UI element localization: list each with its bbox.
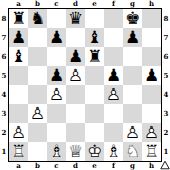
square-e5[interactable] [85, 66, 104, 85]
rank-label-2: 2 [0, 123, 8, 142]
rank-label-7: 7 [0, 28, 8, 47]
white-queen-icon: ♕ [66, 142, 85, 161]
square-f7[interactable] [104, 28, 123, 47]
square-g1[interactable]: ♞♘ [123, 142, 142, 161]
rank-label-2: 2 [162, 123, 170, 142]
file-label-h: h [142, 162, 161, 170]
square-g2[interactable]: ♟♙ [123, 123, 142, 142]
white-pawn-icon: ♙ [104, 85, 123, 104]
square-f3[interactable] [104, 104, 123, 123]
file-label-f: f [104, 0, 123, 8]
square-c2[interactable] [47, 123, 66, 142]
file-label-g: g [123, 162, 142, 170]
rank-label-3: 3 [0, 104, 8, 123]
square-e8[interactable] [85, 9, 104, 28]
white-bishop-icon: ♗ [104, 142, 123, 161]
square-b6[interactable] [28, 47, 47, 66]
file-label-b: b [28, 162, 47, 170]
file-label-e: e [85, 0, 104, 8]
black-pawn-icon: ♟ [47, 66, 66, 85]
square-g8[interactable]: ♚ [123, 9, 142, 28]
rank-label-7: 7 [162, 28, 170, 47]
square-a2[interactable]: ♟♙ [9, 123, 28, 142]
white-pawn-icon: ♙ [66, 66, 85, 85]
square-a5[interactable] [9, 66, 28, 85]
chess-diagram: abcdefgh 87654321 ♜♞♛♚♟♟♝♟♝♟♜♟♟♙♟♟♟♙♟♙♟♙… [0, 0, 170, 170]
square-b3[interactable]: ♟♙ [28, 104, 47, 123]
square-d8[interactable]: ♛ [66, 9, 85, 28]
square-g5[interactable] [123, 66, 142, 85]
white-bishop-icon: ♗ [47, 142, 66, 161]
file-label-a: a [9, 162, 28, 170]
square-f5[interactable]: ♟ [104, 66, 123, 85]
square-a4[interactable] [9, 85, 28, 104]
square-g4[interactable] [123, 85, 142, 104]
black-bishop-icon: ♝ [85, 28, 104, 47]
black-pawn-icon: ♟ [66, 47, 85, 66]
square-c7[interactable]: ♟ [47, 28, 66, 47]
rank-label-3: 3 [162, 104, 170, 123]
square-a3[interactable] [9, 104, 28, 123]
square-h6[interactable] [142, 47, 161, 66]
white-rook-icon: ♖ [9, 142, 28, 161]
rank-label-1: 1 [162, 142, 170, 161]
square-c6[interactable] [47, 47, 66, 66]
square-c1[interactable]: ♝♗ [47, 142, 66, 161]
rank-labels-left: 87654321 [0, 9, 8, 161]
square-e3[interactable] [85, 104, 104, 123]
square-a7[interactable]: ♟ [9, 28, 28, 47]
square-d1[interactable]: ♛♕ [66, 142, 85, 161]
square-h3[interactable] [142, 104, 161, 123]
rank-label-8: 8 [162, 9, 170, 28]
black-pawn-icon: ♟ [47, 28, 66, 47]
square-g3[interactable] [123, 104, 142, 123]
rank-label-1: 1 [0, 142, 8, 161]
square-c4[interactable]: ♟♙ [47, 85, 66, 104]
black-queen-icon: ♛ [66, 9, 85, 28]
rank-label-5: 5 [0, 66, 8, 85]
black-rook-icon: ♜ [85, 47, 104, 66]
square-h7[interactable] [142, 28, 161, 47]
square-e2[interactable] [85, 123, 104, 142]
black-king-icon: ♚ [123, 9, 142, 28]
square-b5[interactable] [28, 66, 47, 85]
file-label-f: f [104, 162, 123, 170]
square-h4[interactable] [142, 85, 161, 104]
black-pawn-icon: ♟ [104, 66, 123, 85]
rank-label-4: 4 [162, 85, 170, 104]
rank-label-6: 6 [0, 47, 8, 66]
square-a6[interactable]: ♝ [9, 47, 28, 66]
white-pawn-icon: ♙ [47, 85, 66, 104]
square-e6[interactable]: ♜ [85, 47, 104, 66]
white-knight-icon: ♘ [123, 142, 142, 161]
white-pawn-icon: ♙ [28, 104, 47, 123]
rank-label-8: 8 [0, 9, 8, 28]
square-b4[interactable] [28, 85, 47, 104]
square-h5[interactable]: ♟ [142, 66, 161, 85]
square-h8[interactable] [142, 9, 161, 28]
black-pawn-icon: ♟ [142, 66, 161, 85]
black-pawn-icon: ♟ [9, 28, 28, 47]
square-b1[interactable] [28, 142, 47, 161]
square-d7[interactable] [66, 28, 85, 47]
square-c8[interactable] [47, 9, 66, 28]
file-label-b: b [28, 0, 47, 8]
file-label-d: d [66, 0, 85, 8]
square-h2[interactable]: ♟♙ [142, 123, 161, 142]
file-labels-bottom: abcdefgh [9, 162, 161, 170]
rank-label-6: 6 [162, 47, 170, 66]
square-d3[interactable] [66, 104, 85, 123]
file-label-c: c [47, 0, 66, 8]
square-f2[interactable] [104, 123, 123, 142]
square-e1[interactable]: ♚♔ [85, 142, 104, 161]
black-rook-icon: ♜ [9, 9, 28, 28]
file-labels-top: abcdefgh [9, 0, 161, 8]
square-e4[interactable] [85, 85, 104, 104]
square-c5[interactable]: ♟ [47, 66, 66, 85]
black-knight-icon: ♞ [28, 9, 47, 28]
square-a1[interactable]: ♜♖ [9, 142, 28, 161]
square-b7[interactable] [28, 28, 47, 47]
file-label-a: a [9, 0, 28, 8]
square-f1[interactable]: ♝♗ [104, 142, 123, 161]
rank-label-5: 5 [162, 66, 170, 85]
square-d4[interactable] [66, 85, 85, 104]
rank-label-4: 4 [0, 85, 8, 104]
white-pawn-icon: ♙ [123, 123, 142, 142]
square-d6[interactable]: ♟ [66, 47, 85, 66]
square-f4[interactable]: ♟♙ [104, 85, 123, 104]
white-rook-icon: ♖ [142, 142, 161, 161]
square-b2[interactable] [28, 123, 47, 142]
square-f8[interactable] [104, 9, 123, 28]
white-to-move-indicator [160, 160, 170, 170]
white-pawn-icon: ♙ [9, 123, 28, 142]
rank-labels-right: 87654321 [162, 9, 170, 161]
square-g6[interactable] [123, 47, 142, 66]
file-label-h: h [142, 0, 161, 8]
square-d2[interactable] [66, 123, 85, 142]
chessboard: ♜♞♛♚♟♟♝♟♝♟♜♟♟♙♟♟♟♙♟♙♟♙♟♙♟♙♟♙♜♖♝♗♛♕♚♔♝♗♞♘… [8, 8, 162, 162]
square-a8[interactable]: ♜ [9, 9, 28, 28]
square-e7[interactable]: ♝ [85, 28, 104, 47]
square-d5[interactable]: ♟♙ [66, 66, 85, 85]
square-c3[interactable] [47, 104, 66, 123]
file-label-d: d [66, 162, 85, 170]
square-b8[interactable]: ♞ [28, 9, 47, 28]
file-label-g: g [123, 0, 142, 8]
square-f6[interactable] [104, 47, 123, 66]
square-h1[interactable]: ♜♖ [142, 142, 161, 161]
file-label-c: c [47, 162, 66, 170]
file-label-e: e [85, 162, 104, 170]
black-bishop-icon: ♝ [9, 47, 28, 66]
square-g7[interactable]: ♟ [123, 28, 142, 47]
black-pawn-icon: ♟ [123, 28, 142, 47]
white-pawn-icon: ♙ [142, 123, 161, 142]
white-king-icon: ♔ [85, 142, 104, 161]
